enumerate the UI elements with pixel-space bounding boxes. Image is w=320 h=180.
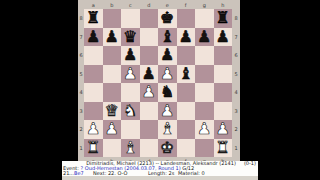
square-c5[interactable]: ♟	[121, 65, 140, 84]
white-king: ♚	[158, 139, 177, 158]
square-h5[interactable]	[214, 65, 233, 84]
square-d3[interactable]	[140, 102, 159, 121]
square-d2[interactable]	[140, 120, 159, 139]
square-g5[interactable]	[195, 65, 214, 84]
square-b5[interactable]	[103, 65, 122, 84]
square-g4[interactable]	[195, 83, 214, 102]
black-pawn: ♟	[214, 28, 233, 47]
square-d7[interactable]	[140, 28, 159, 47]
black-pawn: ♟	[195, 28, 214, 47]
square-c8[interactable]	[121, 9, 140, 28]
square-a1[interactable]: ♜	[84, 139, 103, 158]
square-a8[interactable]: ♜	[84, 9, 103, 28]
caption-panel: Dimitriadis, Michael (2213) -- Landesman…	[62, 161, 258, 176]
window-bottom-strip	[62, 176, 258, 180]
file-label-f: f	[177, 2, 196, 8]
square-f3[interactable]	[177, 102, 196, 121]
rank-label-5: 5	[233, 65, 239, 84]
square-f8[interactable]	[177, 9, 196, 28]
square-b8[interactable]	[103, 9, 122, 28]
file-label-b: b	[103, 2, 122, 8]
white-pawn: ♟	[158, 65, 177, 84]
square-e3[interactable]: ♟	[158, 102, 177, 121]
file-label-e: e	[158, 2, 177, 8]
square-c1[interactable]: ♝	[121, 139, 140, 158]
file-label-g: g	[195, 2, 214, 8]
black-pawn: ♟	[103, 28, 122, 47]
white-pawn: ♟	[158, 102, 177, 121]
rank-label-1: 1	[233, 139, 239, 158]
square-g6[interactable]	[195, 46, 214, 65]
square-h3[interactable]	[214, 102, 233, 121]
square-e5[interactable]: ♟	[158, 65, 177, 84]
file-label-d: d	[140, 2, 159, 8]
white-pawn: ♟	[84, 120, 103, 139]
black-pawn: ♟	[158, 46, 177, 65]
black-pawn: ♟	[177, 28, 196, 47]
square-b3[interactable]: ♛	[103, 102, 122, 121]
square-f1[interactable]	[177, 139, 196, 158]
board: ♜♚♜♟♟♛♝♟♟♟♟♟♟♟♟♝♟♞♛♞♟♟♟♝♟♟♜♝♚♜	[84, 9, 232, 157]
square-a6[interactable]	[84, 46, 103, 65]
square-f2[interactable]	[177, 120, 196, 139]
square-c2[interactable]	[121, 120, 140, 139]
square-f5[interactable]: ♝	[177, 65, 196, 84]
square-b4[interactable]	[103, 83, 122, 102]
file-label-c: c	[121, 2, 140, 8]
square-g3[interactable]	[195, 102, 214, 121]
rank-label-7: 7	[233, 28, 239, 47]
square-h4[interactable]	[214, 83, 233, 102]
white-pawn: ♟	[103, 120, 122, 139]
rank-label-6: 6	[233, 46, 239, 65]
white-knight: ♞	[121, 102, 140, 121]
square-c3[interactable]: ♞	[121, 102, 140, 121]
white-bishop: ♝	[121, 139, 140, 158]
square-h7[interactable]: ♟	[214, 28, 233, 47]
square-c6[interactable]: ♟	[121, 46, 140, 65]
file-labels-top: abcdefgh	[84, 2, 232, 8]
square-a2[interactable]: ♟	[84, 120, 103, 139]
file-label-a: a	[84, 2, 103, 8]
white-pawn: ♟	[195, 120, 214, 139]
file-label-h: h	[214, 2, 233, 8]
white-rook: ♜	[84, 139, 103, 158]
square-g1[interactable]	[195, 139, 214, 158]
square-g2[interactable]: ♟	[195, 120, 214, 139]
black-knight: ♞	[158, 83, 177, 102]
square-d6[interactable]	[140, 46, 159, 65]
black-rook: ♜	[84, 9, 103, 28]
square-b7[interactable]: ♟	[103, 28, 122, 47]
black-rook: ♜	[214, 9, 233, 28]
square-c7[interactable]: ♛	[121, 28, 140, 47]
white-pawn: ♟	[121, 65, 140, 84]
square-h6[interactable]	[214, 46, 233, 65]
rank-label-2: 2	[233, 120, 239, 139]
square-b6[interactable]	[103, 46, 122, 65]
black-pawn: ♟	[140, 65, 159, 84]
square-e2[interactable]: ♝	[158, 120, 177, 139]
square-a3[interactable]	[84, 102, 103, 121]
square-e7[interactable]: ♝	[158, 28, 177, 47]
square-d8[interactable]	[140, 9, 159, 28]
white-queen: ♛	[103, 102, 122, 121]
black-pawn: ♟	[121, 46, 140, 65]
square-h8[interactable]: ♜	[214, 9, 233, 28]
square-d5[interactable]: ♟	[140, 65, 159, 84]
black-bishop: ♝	[177, 65, 196, 84]
board-area: abcdefgh 87654321 87654321 ♜♚♜♟♟♛♝♟♟♟♟♟♟…	[78, 0, 240, 161]
square-b2[interactable]: ♟	[103, 120, 122, 139]
square-f6[interactable]	[177, 46, 196, 65]
white-pawn: ♟	[214, 120, 233, 139]
white-bishop: ♝	[158, 120, 177, 139]
rank-label-8: 8	[233, 9, 239, 28]
square-e4[interactable]: ♞	[158, 83, 177, 102]
square-b1[interactable]	[103, 139, 122, 158]
rank-labels-right: 87654321	[233, 9, 239, 157]
square-d4[interactable]: ♟	[140, 83, 159, 102]
video-frame: abcdefgh 87654321 87654321 ♜♚♜♟♟♛♝♟♟♟♟♟♟…	[0, 0, 320, 180]
white-pawn: ♟	[140, 83, 159, 102]
black-bishop: ♝	[158, 28, 177, 47]
square-g7[interactable]: ♟	[195, 28, 214, 47]
square-f7[interactable]: ♟	[177, 28, 196, 47]
square-d1[interactable]	[140, 139, 159, 158]
square-e1[interactable]: ♚	[158, 139, 177, 158]
square-f4[interactable]	[177, 83, 196, 102]
rank-label-3: 3	[233, 102, 239, 121]
square-c4[interactable]	[121, 83, 140, 102]
black-queen: ♛	[121, 28, 140, 47]
square-g8[interactable]	[195, 9, 214, 28]
black-king: ♚	[158, 9, 177, 28]
square-a4[interactable]	[84, 83, 103, 102]
black-pawn: ♟	[84, 28, 103, 47]
white-rook: ♜	[214, 139, 233, 158]
square-h1[interactable]: ♜	[214, 139, 233, 158]
rank-label-4: 4	[233, 83, 239, 102]
square-e6[interactable]: ♟	[158, 46, 177, 65]
square-e8[interactable]: ♚	[158, 9, 177, 28]
square-a5[interactable]	[84, 65, 103, 84]
square-h2[interactable]: ♟	[214, 120, 233, 139]
square-a7[interactable]: ♟	[84, 28, 103, 47]
